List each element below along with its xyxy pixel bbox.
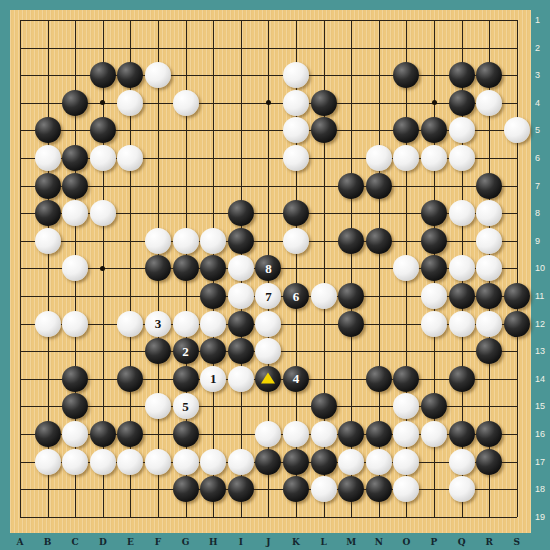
black-stone (117, 421, 143, 447)
white-stone (311, 476, 337, 502)
column-label: R (480, 537, 498, 547)
white-stone (255, 338, 281, 364)
row-label: 12 (535, 319, 550, 329)
white-stone (283, 421, 309, 447)
white-stone (173, 311, 199, 337)
white-stone (449, 476, 475, 502)
move-number-label: 2 (182, 345, 189, 358)
black-stone (200, 476, 226, 502)
row-label: 8 (535, 208, 550, 218)
white-stone (421, 283, 447, 309)
black-stone (283, 449, 309, 475)
row-label: 14 (535, 374, 550, 384)
black-stone (90, 421, 116, 447)
black-stone (255, 449, 281, 475)
black-stone (145, 338, 171, 364)
row-label: 7 (535, 181, 550, 191)
row-label: 10 (535, 263, 550, 273)
go-diagram-frame: 87632145 ABCDEFGHIJKLMNOPQRS 12345678910… (0, 0, 550, 550)
black-stone (338, 173, 364, 199)
white-stone (200, 449, 226, 475)
row-label: 1 (535, 15, 550, 25)
row-label: 15 (535, 401, 550, 411)
column-label: N (370, 537, 388, 547)
grid-line-horizontal (20, 489, 517, 490)
white-stone (255, 311, 281, 337)
move-number-label: 7 (265, 290, 272, 303)
white-stone (173, 90, 199, 116)
white-stone (449, 117, 475, 143)
black-stone: 2 (173, 338, 199, 364)
grid-line-vertical (517, 20, 518, 517)
black-stone (393, 62, 419, 88)
row-label: 11 (535, 291, 550, 301)
white-stone (173, 449, 199, 475)
black-stone (35, 421, 61, 447)
black-stone (338, 283, 364, 309)
white-stone (366, 449, 392, 475)
black-stone (393, 366, 419, 392)
column-label: D (94, 537, 112, 547)
white-stone (449, 255, 475, 281)
column-label: E (121, 537, 139, 547)
black-stone (62, 366, 88, 392)
white-stone (338, 449, 364, 475)
black-stone (476, 421, 502, 447)
column-label: S (508, 537, 526, 547)
black-stone (421, 393, 447, 419)
white-stone (200, 311, 226, 337)
board-grid: 87632145 (20, 20, 517, 517)
white-stone (90, 145, 116, 171)
white-stone (228, 449, 254, 475)
column-label: I (232, 537, 250, 547)
row-label: 13 (535, 346, 550, 356)
black-stone (421, 255, 447, 281)
black-stone (90, 62, 116, 88)
white-stone (90, 200, 116, 226)
black-stone (62, 145, 88, 171)
white-stone (476, 228, 502, 254)
white-stone (62, 421, 88, 447)
black-stone (90, 117, 116, 143)
move-number-label: 4 (293, 372, 300, 385)
black-stone (366, 366, 392, 392)
black-stone (449, 421, 475, 447)
white-stone (117, 145, 143, 171)
move-number-label: 3 (155, 317, 162, 330)
black-stone (228, 228, 254, 254)
black-stone (311, 90, 337, 116)
white-stone (145, 449, 171, 475)
row-label: 5 (535, 125, 550, 135)
move-number-label: 5 (182, 400, 189, 413)
move-number-label: 1 (210, 372, 217, 385)
white-stone (311, 283, 337, 309)
white-stone (62, 311, 88, 337)
black-stone (200, 255, 226, 281)
white-stone (283, 90, 309, 116)
white-stone (393, 476, 419, 502)
white-stone (283, 117, 309, 143)
white-stone (35, 311, 61, 337)
star-point (432, 100, 437, 105)
black-stone (35, 200, 61, 226)
black-stone (173, 366, 199, 392)
white-stone (62, 200, 88, 226)
black-stone (504, 311, 530, 337)
star-point (266, 100, 271, 105)
black-stone (200, 283, 226, 309)
black-stone (421, 117, 447, 143)
white-stone (117, 311, 143, 337)
black-stone (117, 62, 143, 88)
white-stone (145, 228, 171, 254)
row-label: 16 (535, 429, 550, 439)
row-label: 4 (535, 98, 550, 108)
column-label: C (66, 537, 84, 547)
black-stone (338, 228, 364, 254)
black-stone (62, 173, 88, 199)
move-number-label: 6 (293, 290, 300, 303)
black-stone (228, 476, 254, 502)
black-stone (393, 117, 419, 143)
black-stone (35, 173, 61, 199)
black-stone (476, 338, 502, 364)
black-stone (173, 421, 199, 447)
white-stone (449, 449, 475, 475)
white-stone (311, 421, 337, 447)
black-stone (504, 283, 530, 309)
white-stone (90, 449, 116, 475)
white-stone (283, 145, 309, 171)
black-stone (283, 476, 309, 502)
row-label: 9 (535, 236, 550, 246)
black-stone (311, 117, 337, 143)
column-label: L (315, 537, 333, 547)
black-stone: 4 (283, 366, 309, 392)
white-stone (449, 145, 475, 171)
black-stone (421, 228, 447, 254)
white-stone (283, 228, 309, 254)
black-stone (311, 393, 337, 419)
black-stone (228, 311, 254, 337)
white-stone (393, 145, 419, 171)
white-stone (476, 255, 502, 281)
row-label: 6 (535, 153, 550, 163)
white-stone (145, 62, 171, 88)
white-stone (228, 366, 254, 392)
black-stone (311, 449, 337, 475)
black-stone (173, 255, 199, 281)
column-label: B (39, 537, 57, 547)
black-stone (366, 173, 392, 199)
white-stone (421, 311, 447, 337)
white-stone (393, 421, 419, 447)
black-stone (117, 366, 143, 392)
row-label: 18 (535, 484, 550, 494)
white-stone (228, 283, 254, 309)
white-stone (200, 228, 226, 254)
black-stone (228, 200, 254, 226)
black-stone (449, 283, 475, 309)
white-stone (35, 449, 61, 475)
white-stone (145, 393, 171, 419)
black-stone (476, 62, 502, 88)
row-label: 2 (535, 43, 550, 53)
black-stone (338, 311, 364, 337)
move-number-label: 8 (265, 262, 272, 275)
white-stone (283, 62, 309, 88)
white-stone (421, 145, 447, 171)
column-label: K (287, 537, 305, 547)
black-stone (338, 476, 364, 502)
white-stone (476, 311, 502, 337)
white-stone (393, 449, 419, 475)
black-stone (421, 200, 447, 226)
black-stone (366, 421, 392, 447)
row-label: 3 (535, 70, 550, 80)
column-label: J (259, 537, 277, 547)
white-stone (449, 311, 475, 337)
white-stone (393, 255, 419, 281)
white-stone (421, 421, 447, 447)
white-stone (62, 449, 88, 475)
black-stone (173, 476, 199, 502)
black-stone (366, 476, 392, 502)
white-stone: 1 (200, 366, 226, 392)
grid-line-horizontal (20, 517, 517, 518)
black-stone (255, 366, 281, 392)
black-stone (449, 90, 475, 116)
column-label: O (397, 537, 415, 547)
white-stone: 3 (145, 311, 171, 337)
black-stone (449, 62, 475, 88)
go-board: 87632145 (10, 10, 531, 533)
black-stone (145, 255, 171, 281)
black-stone (62, 393, 88, 419)
white-stone: 7 (255, 283, 281, 309)
black-stone: 6 (283, 283, 309, 309)
white-stone (228, 255, 254, 281)
triangle-marker-icon (261, 372, 275, 383)
black-stone: 8 (255, 255, 281, 281)
column-label: Q (453, 537, 471, 547)
row-label: 17 (535, 457, 550, 467)
white-stone (476, 200, 502, 226)
black-stone (476, 449, 502, 475)
star-point (100, 266, 105, 271)
row-label: 19 (535, 512, 550, 522)
white-stone (117, 90, 143, 116)
black-stone (228, 338, 254, 364)
black-stone (283, 200, 309, 226)
black-stone (449, 366, 475, 392)
column-label: P (425, 537, 443, 547)
black-stone (35, 117, 61, 143)
white-stone (393, 393, 419, 419)
black-stone (338, 421, 364, 447)
column-label: A (11, 537, 29, 547)
black-stone (62, 90, 88, 116)
white-stone (35, 145, 61, 171)
white-stone (449, 200, 475, 226)
white-stone (35, 228, 61, 254)
white-stone (255, 421, 281, 447)
black-stone (366, 228, 392, 254)
white-stone (366, 145, 392, 171)
white-stone (173, 228, 199, 254)
white-stone (62, 255, 88, 281)
white-stone (504, 117, 530, 143)
black-stone (476, 283, 502, 309)
white-stone (476, 90, 502, 116)
white-stone: 5 (173, 393, 199, 419)
column-label: H (204, 537, 222, 547)
column-label: F (149, 537, 167, 547)
white-stone (117, 449, 143, 475)
column-label: G (177, 537, 195, 547)
black-stone (476, 173, 502, 199)
column-label: M (342, 537, 360, 547)
black-stone (200, 338, 226, 364)
star-point (100, 100, 105, 105)
